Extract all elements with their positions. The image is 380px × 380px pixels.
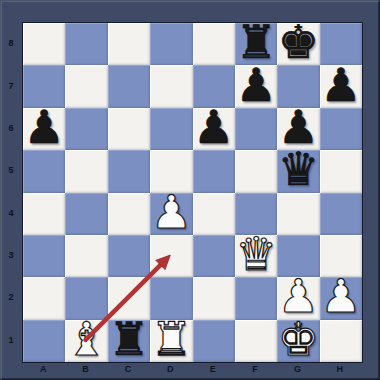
file-label-f: F	[234, 361, 276, 379]
black-pawn[interactable]: ♟	[320, 64, 361, 106]
board-frame: 87654321 ♜♚♟♟♟♟♟♛♟♛♟♟♝♜♜♚ ABCDEFGH	[0, 0, 380, 380]
square-d6[interactable]	[150, 108, 192, 150]
white-pawn[interactable]: ♟	[151, 191, 192, 233]
square-a6[interactable]: ♟	[23, 108, 65, 150]
square-h6[interactable]	[320, 108, 362, 150]
square-b6[interactable]	[65, 108, 107, 150]
square-g1[interactable]: ♚	[277, 320, 319, 362]
square-g8[interactable]: ♚	[277, 23, 319, 65]
square-c8[interactable]	[108, 23, 150, 65]
square-h4[interactable]	[320, 193, 362, 235]
black-pawn[interactable]: ♟	[235, 64, 276, 106]
square-a1[interactable]	[23, 320, 65, 362]
black-pawn[interactable]: ♟	[24, 106, 65, 148]
square-g5[interactable]: ♛	[277, 150, 319, 192]
square-e1[interactable]	[193, 320, 235, 362]
square-f1[interactable]	[235, 320, 277, 362]
file-label-b: B	[64, 361, 106, 379]
square-c7[interactable]	[108, 65, 150, 107]
rank-labels: 87654321	[0, 22, 22, 361]
square-d7[interactable]	[150, 65, 192, 107]
square-f6[interactable]	[235, 108, 277, 150]
rank-label-7: 7	[0, 64, 22, 106]
square-b3[interactable]	[65, 235, 107, 277]
white-rook[interactable]: ♜	[151, 318, 192, 360]
square-d1[interactable]: ♜	[150, 320, 192, 362]
file-label-e: E	[192, 361, 234, 379]
square-d4[interactable]: ♟	[150, 193, 192, 235]
square-c6[interactable]	[108, 108, 150, 150]
square-e8[interactable]	[193, 23, 235, 65]
black-rook[interactable]: ♜	[108, 318, 149, 360]
rank-label-1: 1	[0, 319, 22, 361]
square-c5[interactable]	[108, 150, 150, 192]
square-f3[interactable]: ♛	[235, 235, 277, 277]
file-label-c: C	[107, 361, 149, 379]
square-g4[interactable]	[277, 193, 319, 235]
square-f5[interactable]	[235, 150, 277, 192]
square-c4[interactable]	[108, 193, 150, 235]
file-label-g: G	[276, 361, 318, 379]
square-b7[interactable]	[65, 65, 107, 107]
rank-label-2: 2	[0, 276, 22, 318]
square-e6[interactable]: ♟	[193, 108, 235, 150]
black-king[interactable]: ♚	[278, 21, 319, 63]
square-e4[interactable]	[193, 193, 235, 235]
black-queen[interactable]: ♛	[278, 148, 319, 190]
square-h2[interactable]: ♟	[320, 277, 362, 319]
square-b4[interactable]	[65, 193, 107, 235]
file-label-a: A	[22, 361, 64, 379]
square-a8[interactable]	[23, 23, 65, 65]
square-f2[interactable]	[235, 277, 277, 319]
square-d8[interactable]	[150, 23, 192, 65]
square-d3[interactable]	[150, 235, 192, 277]
rank-label-5: 5	[0, 149, 22, 191]
white-queen[interactable]: ♛	[235, 233, 276, 275]
file-label-h: H	[319, 361, 361, 379]
square-e3[interactable]	[193, 235, 235, 277]
rank-label-8: 8	[0, 22, 22, 64]
rank-label-3: 3	[0, 234, 22, 276]
white-king[interactable]: ♚	[278, 318, 319, 360]
square-h1[interactable]	[320, 320, 362, 362]
square-b1[interactable]: ♝	[65, 320, 107, 362]
square-a4[interactable]	[23, 193, 65, 235]
file-labels: ABCDEFGH	[22, 361, 361, 379]
square-a5[interactable]	[23, 150, 65, 192]
square-h5[interactable]	[320, 150, 362, 192]
white-pawn[interactable]: ♟	[320, 275, 361, 317]
square-h7[interactable]: ♟	[320, 65, 362, 107]
square-a3[interactable]	[23, 235, 65, 277]
square-a2[interactable]	[23, 277, 65, 319]
square-b5[interactable]	[65, 150, 107, 192]
square-c1[interactable]: ♜	[108, 320, 150, 362]
square-e5[interactable]	[193, 150, 235, 192]
square-f7[interactable]: ♟	[235, 65, 277, 107]
file-label-d: D	[149, 361, 191, 379]
rank-label-6: 6	[0, 107, 22, 149]
square-b8[interactable]	[65, 23, 107, 65]
black-pawn[interactable]: ♟	[193, 106, 234, 148]
white-bishop[interactable]: ♝	[66, 318, 107, 360]
chess-board: ♜♚♟♟♟♟♟♛♟♛♟♟♝♜♜♚	[22, 22, 363, 363]
rank-label-4: 4	[0, 192, 22, 234]
square-c3[interactable]	[108, 235, 150, 277]
square-e2[interactable]	[193, 277, 235, 319]
